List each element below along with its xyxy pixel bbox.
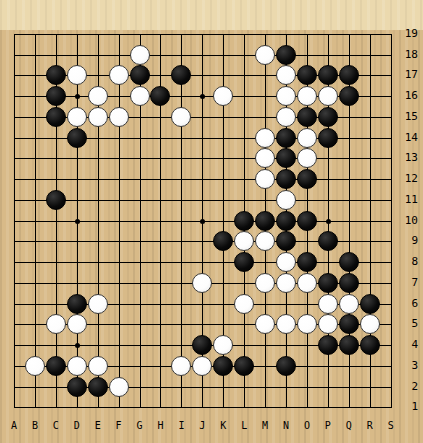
- star-point: [75, 94, 80, 99]
- row-label-19: 19: [400, 27, 418, 40]
- row-label-14: 14: [400, 131, 418, 144]
- col-label-S: S: [384, 420, 398, 431]
- row-label-9: 9: [400, 234, 418, 247]
- stone-white-I3: [171, 356, 191, 376]
- row-label-3: 3: [400, 359, 418, 372]
- col-label-O: O: [300, 420, 314, 431]
- stone-white-K16: [213, 86, 233, 106]
- row-label-7: 7: [400, 276, 418, 289]
- stone-black-C16: [46, 86, 66, 106]
- col-label-D: D: [70, 420, 84, 431]
- stone-black-P7: [318, 273, 338, 293]
- stone-black-J4: [192, 335, 212, 355]
- stone-white-R5: [360, 314, 380, 334]
- stone-white-P5: [318, 314, 338, 334]
- row-label-8: 8: [400, 255, 418, 268]
- stone-white-G16: [130, 86, 150, 106]
- row-label-2: 2: [400, 380, 418, 393]
- stone-black-M10: [255, 211, 275, 231]
- stone-black-Q17: [339, 65, 359, 85]
- goban-viewer-window: 白: 陈梓健 4段P - 黑: 朴廷桓 9段P 黑棋中盘胜! ABCDEFGHI…: [0, 0, 423, 443]
- col-label-H: H: [153, 420, 167, 431]
- stone-white-J3: [192, 356, 212, 376]
- stone-white-D15: [67, 107, 87, 127]
- stone-black-L10: [234, 211, 254, 231]
- stone-black-E2: [88, 377, 108, 397]
- row-label-17: 17: [400, 68, 418, 81]
- stone-white-M9: [255, 231, 275, 251]
- stone-black-P9: [318, 231, 338, 251]
- stone-black-D6: [67, 294, 87, 314]
- stone-white-B3: [25, 356, 45, 376]
- col-label-B: B: [28, 420, 42, 431]
- stone-white-O7: [297, 273, 317, 293]
- stone-black-K9: [213, 231, 233, 251]
- col-label-J: J: [195, 420, 209, 431]
- stone-black-R6: [360, 294, 380, 314]
- stone-white-O16: [297, 86, 317, 106]
- stone-black-N18: [276, 45, 296, 65]
- stone-white-O5: [297, 314, 317, 334]
- stone-black-K3: [213, 356, 233, 376]
- stone-white-P16: [318, 86, 338, 106]
- row-label-18: 18: [400, 48, 418, 61]
- stone-white-O13: [297, 148, 317, 168]
- stone-white-D17: [67, 65, 87, 85]
- col-label-G: G: [133, 420, 147, 431]
- stone-white-E3: [88, 356, 108, 376]
- row-label-10: 10: [400, 214, 418, 227]
- stone-white-M18: [255, 45, 275, 65]
- stone-white-F2: [109, 377, 129, 397]
- stone-black-Q16: [339, 86, 359, 106]
- stone-white-I15: [171, 107, 191, 127]
- stone-white-N17: [276, 65, 296, 85]
- col-label-R: R: [363, 420, 377, 431]
- stone-black-O8: [297, 252, 317, 272]
- stone-black-L8: [234, 252, 254, 272]
- stone-black-C17: [46, 65, 66, 85]
- stone-white-D5: [67, 314, 87, 334]
- row-label-11: 11: [400, 193, 418, 206]
- stone-white-M14: [255, 128, 275, 148]
- stone-white-N16: [276, 86, 296, 106]
- star-point: [200, 94, 205, 99]
- row-label-5: 5: [400, 317, 418, 330]
- stone-white-D3: [67, 356, 87, 376]
- stone-white-C5: [46, 314, 66, 334]
- grid-line-horizontal: [14, 179, 392, 180]
- star-point: [326, 219, 331, 224]
- stone-white-J7: [192, 273, 212, 293]
- stone-white-M13: [255, 148, 275, 168]
- stone-white-F15: [109, 107, 129, 127]
- grid-line-horizontal: [14, 262, 392, 263]
- stone-white-E16: [88, 86, 108, 106]
- stone-black-I17: [171, 65, 191, 85]
- star-point: [200, 219, 205, 224]
- grid-line-horizontal: [14, 407, 392, 408]
- grid-line-horizontal: [14, 200, 392, 201]
- grid-line-horizontal: [14, 55, 392, 56]
- stone-black-D14: [67, 128, 87, 148]
- row-label-16: 16: [400, 89, 418, 102]
- stone-black-N3: [276, 356, 296, 376]
- stone-black-O12: [297, 169, 317, 189]
- stone-black-C11: [46, 190, 66, 210]
- stone-white-M12: [255, 169, 275, 189]
- stone-black-Q7: [339, 273, 359, 293]
- stone-black-N9: [276, 231, 296, 251]
- row-label-15: 15: [400, 110, 418, 123]
- stone-white-N7: [276, 273, 296, 293]
- stone-white-M5: [255, 314, 275, 334]
- col-label-K: K: [216, 420, 230, 431]
- stone-black-Q4: [339, 335, 359, 355]
- stone-black-P4: [318, 335, 338, 355]
- stone-white-E6: [88, 294, 108, 314]
- stone-black-D2: [67, 377, 87, 397]
- stone-black-P15: [318, 107, 338, 127]
- game-info-bar: 白: 陈梓健 4段P - 黑: 朴廷桓 9段P 黑棋中盘胜!: [0, 0, 423, 30]
- stone-black-N13: [276, 148, 296, 168]
- grid-line-horizontal: [14, 158, 392, 159]
- go-board[interactable]: ABCDEFGHIJKLMNOPQRS191817161514131211109…: [0, 30, 423, 443]
- stone-white-E15: [88, 107, 108, 127]
- stone-black-N10: [276, 211, 296, 231]
- stone-white-Q6: [339, 294, 359, 314]
- col-label-N: N: [279, 420, 293, 431]
- stone-black-Q8: [339, 252, 359, 272]
- stone-black-H16: [150, 86, 170, 106]
- stone-white-F17: [109, 65, 129, 85]
- col-label-A: A: [7, 420, 21, 431]
- star-point: [75, 219, 80, 224]
- col-label-I: I: [174, 420, 188, 431]
- stone-black-N14: [276, 128, 296, 148]
- stone-white-P6: [318, 294, 338, 314]
- stone-white-N8: [276, 252, 296, 272]
- stone-white-N15: [276, 107, 296, 127]
- stone-black-L3: [234, 356, 254, 376]
- stone-black-P14: [318, 128, 338, 148]
- row-label-1: 1: [400, 400, 418, 413]
- col-label-Q: Q: [342, 420, 356, 431]
- row-label-13: 13: [400, 151, 418, 164]
- stone-white-L6: [234, 294, 254, 314]
- stone-white-G18: [130, 45, 150, 65]
- col-label-C: C: [49, 420, 63, 431]
- stone-black-R4: [360, 335, 380, 355]
- stone-black-Q5: [339, 314, 359, 334]
- row-label-12: 12: [400, 172, 418, 185]
- stone-black-G17: [130, 65, 150, 85]
- stone-white-N11: [276, 190, 296, 210]
- stone-black-C3: [46, 356, 66, 376]
- stone-black-N12: [276, 169, 296, 189]
- col-label-L: L: [237, 420, 251, 431]
- stone-black-O17: [297, 65, 317, 85]
- col-label-F: F: [112, 420, 126, 431]
- row-label-6: 6: [400, 297, 418, 310]
- stone-black-P17: [318, 65, 338, 85]
- stone-black-C15: [46, 107, 66, 127]
- col-label-E: E: [91, 420, 105, 431]
- stone-white-K4: [213, 335, 233, 355]
- row-label-4: 4: [400, 338, 418, 351]
- stone-black-O10: [297, 211, 317, 231]
- grid-line-horizontal: [14, 34, 392, 35]
- stone-white-M7: [255, 273, 275, 293]
- col-label-M: M: [258, 420, 272, 431]
- stone-white-L9: [234, 231, 254, 251]
- stone-white-O14: [297, 128, 317, 148]
- stone-white-N5: [276, 314, 296, 334]
- col-label-P: P: [321, 420, 335, 431]
- stone-black-O15: [297, 107, 317, 127]
- star-point: [75, 343, 80, 348]
